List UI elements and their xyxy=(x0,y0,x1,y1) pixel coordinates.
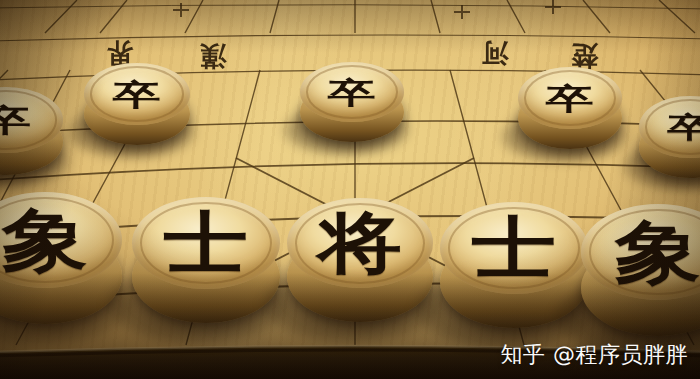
piece-general-e1[interactable]: 将 xyxy=(287,198,433,322)
piece-glyph: 卒 xyxy=(113,79,161,109)
piece-top: 卒 xyxy=(84,63,190,125)
piece-top: 士 xyxy=(132,197,280,289)
piece-glyph: 卒 xyxy=(546,83,594,113)
piece-glyph: 象 xyxy=(2,206,88,275)
piece-top: 卒 xyxy=(300,62,404,122)
piece-soldier-c4[interactable]: 卒 xyxy=(84,63,190,145)
piece-glyph: 象 xyxy=(615,218,700,287)
piece-soldier-a4[interactable]: 卒 xyxy=(0,87,63,175)
piece-top: 卒 xyxy=(518,67,622,129)
piece-advisor-d1[interactable]: 士 xyxy=(132,197,280,323)
piece-top: 将 xyxy=(287,198,433,288)
piece-glyph: 卒 xyxy=(0,105,31,136)
piece-top: 士 xyxy=(440,202,588,294)
piece-glyph: 士 xyxy=(472,214,556,281)
piece-elephant-c1[interactable]: 象 xyxy=(0,192,122,324)
watermark: 知乎 @程序员胖胖 xyxy=(501,340,689,370)
piece-elephant-g1[interactable]: 象 xyxy=(581,204,700,336)
piece-soldier-g4[interactable]: 卒 xyxy=(518,67,622,149)
xiangqi-photo-scene: 界 漢 河 楚 卒卒卒卒卒象士将士象 知乎 @程序员胖胖 xyxy=(0,0,700,379)
pieces-layer: 卒卒卒卒卒象士将士象 xyxy=(0,0,700,379)
piece-soldier-i4[interactable]: 卒 xyxy=(639,96,700,178)
piece-glyph: 将 xyxy=(318,209,402,276)
piece-glyph: 士 xyxy=(164,209,248,276)
piece-glyph: 卒 xyxy=(328,77,376,107)
piece-glyph: 卒 xyxy=(667,113,700,142)
piece-soldier-e4[interactable]: 卒 xyxy=(300,62,404,142)
